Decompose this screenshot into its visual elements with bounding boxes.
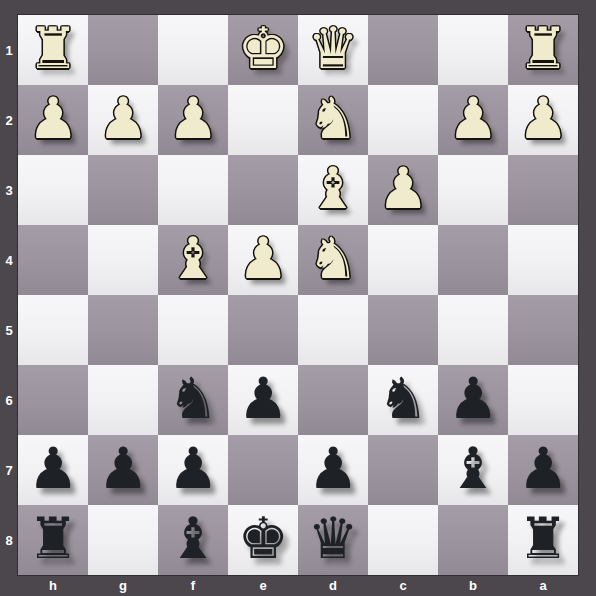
square-a7[interactable]: ♟ <box>508 435 578 505</box>
square-a8[interactable]: ♜ <box>508 505 578 575</box>
square-a6[interactable] <box>508 365 578 435</box>
square-g8[interactable] <box>88 505 158 575</box>
square-d2[interactable]: ♞ <box>298 85 368 155</box>
square-h3[interactable] <box>18 155 88 225</box>
square-f8[interactable]: ♝ <box>158 505 228 575</box>
square-c8[interactable] <box>368 505 438 575</box>
square-d5[interactable] <box>298 295 368 365</box>
square-e6[interactable]: ♟ <box>228 365 298 435</box>
square-c5[interactable] <box>368 295 438 365</box>
file-label-h: h <box>18 575 88 596</box>
square-e7[interactable] <box>228 435 298 505</box>
black-knight-icon[interactable]: ♞ <box>167 363 218 433</box>
square-d6[interactable] <box>298 365 368 435</box>
square-f5[interactable] <box>158 295 228 365</box>
square-a3[interactable] <box>508 155 578 225</box>
square-e3[interactable] <box>228 155 298 225</box>
black-pawn-icon[interactable]: ♟ <box>97 433 148 503</box>
rank-label-6: 6 <box>0 365 18 435</box>
white-king-icon[interactable]: ♚ <box>237 13 288 83</box>
square-h4[interactable] <box>18 225 88 295</box>
square-h1[interactable]: ♜ <box>18 15 88 85</box>
black-pawn-icon[interactable]: ♟ <box>167 433 218 503</box>
square-a5[interactable] <box>508 295 578 365</box>
rank-label-1: 1 <box>0 15 18 85</box>
square-a4[interactable] <box>508 225 578 295</box>
square-c2[interactable] <box>368 85 438 155</box>
white-pawn-icon[interactable]: ♟ <box>447 83 498 153</box>
rank-label-4: 4 <box>0 225 18 295</box>
square-g3[interactable] <box>88 155 158 225</box>
white-knight-icon[interactable]: ♞ <box>307 223 358 293</box>
white-pawn-icon[interactable]: ♟ <box>97 83 148 153</box>
square-e4[interactable]: ♟ <box>228 225 298 295</box>
square-h5[interactable] <box>18 295 88 365</box>
black-queen-icon[interactable]: ♛ <box>307 503 358 573</box>
square-f6[interactable]: ♞ <box>158 365 228 435</box>
white-rook-icon[interactable]: ♜ <box>517 13 568 83</box>
square-g4[interactable] <box>88 225 158 295</box>
square-g1[interactable] <box>88 15 158 85</box>
file-label-c: c <box>368 575 438 596</box>
black-pawn-icon[interactable]: ♟ <box>307 433 358 503</box>
rank-label-7: 7 <box>0 435 18 505</box>
rank-label-5: 5 <box>0 295 18 365</box>
file-label-b: b <box>438 575 508 596</box>
black-pawn-icon[interactable]: ♟ <box>517 433 568 503</box>
square-g2[interactable]: ♟ <box>88 85 158 155</box>
rank-labels: 12345678 <box>0 15 18 575</box>
square-b1[interactable] <box>438 15 508 85</box>
square-h2[interactable]: ♟ <box>18 85 88 155</box>
square-c1[interactable] <box>368 15 438 85</box>
black-rook-icon[interactable]: ♜ <box>27 503 78 573</box>
square-d3[interactable]: ♝ <box>298 155 368 225</box>
chess-board: ♜♚♛♜♟♟♟♞♟♟♝♟♝♟♞♞♟♞♟♟♟♟♟♝♟♜♝♚♛♜ <box>18 15 578 575</box>
square-d4[interactable]: ♞ <box>298 225 368 295</box>
square-b3[interactable] <box>438 155 508 225</box>
square-d7[interactable]: ♟ <box>298 435 368 505</box>
rank-label-3: 3 <box>0 155 18 225</box>
square-a2[interactable]: ♟ <box>508 85 578 155</box>
white-knight-icon[interactable]: ♞ <box>307 83 358 153</box>
rank-label-8: 8 <box>0 505 18 575</box>
black-pawn-icon[interactable]: ♟ <box>447 363 498 433</box>
square-h6[interactable] <box>18 365 88 435</box>
square-c4[interactable] <box>368 225 438 295</box>
white-pawn-icon[interactable]: ♟ <box>517 83 568 153</box>
square-b8[interactable] <box>438 505 508 575</box>
square-f4[interactable]: ♝ <box>158 225 228 295</box>
file-label-g: g <box>88 575 158 596</box>
square-f3[interactable] <box>158 155 228 225</box>
square-b4[interactable] <box>438 225 508 295</box>
square-c6[interactable]: ♞ <box>368 365 438 435</box>
square-h8[interactable]: ♜ <box>18 505 88 575</box>
square-f7[interactable]: ♟ <box>158 435 228 505</box>
file-label-f: f <box>158 575 228 596</box>
square-e1[interactable]: ♚ <box>228 15 298 85</box>
square-e2[interactable] <box>228 85 298 155</box>
white-pawn-icon[interactable]: ♟ <box>167 83 218 153</box>
black-pawn-icon[interactable]: ♟ <box>237 363 288 433</box>
file-label-a: a <box>508 575 578 596</box>
file-label-e: e <box>228 575 298 596</box>
square-c7[interactable] <box>368 435 438 505</box>
black-bishop-icon[interactable]: ♝ <box>167 503 218 573</box>
white-pawn-icon[interactable]: ♟ <box>237 223 288 293</box>
square-b7[interactable]: ♝ <box>438 435 508 505</box>
white-pawn-icon[interactable]: ♟ <box>377 153 428 223</box>
square-e8[interactable]: ♚ <box>228 505 298 575</box>
white-rook-icon[interactable]: ♜ <box>27 13 78 83</box>
square-b6[interactable]: ♟ <box>438 365 508 435</box>
square-d1[interactable]: ♛ <box>298 15 368 85</box>
square-e5[interactable] <box>228 295 298 365</box>
square-d8[interactable]: ♛ <box>298 505 368 575</box>
square-a1[interactable]: ♜ <box>508 15 578 85</box>
black-knight-icon[interactable]: ♞ <box>377 363 428 433</box>
black-bishop-icon[interactable]: ♝ <box>447 433 498 503</box>
white-bishop-icon[interactable]: ♝ <box>167 223 218 293</box>
square-g7[interactable]: ♟ <box>88 435 158 505</box>
black-rook-icon[interactable]: ♜ <box>517 503 568 573</box>
square-b2[interactable]: ♟ <box>438 85 508 155</box>
white-pawn-icon[interactable]: ♟ <box>27 83 78 153</box>
square-f2[interactable]: ♟ <box>158 85 228 155</box>
square-g6[interactable] <box>88 365 158 435</box>
file-label-d: d <box>298 575 368 596</box>
file-labels: hgfedcba <box>18 575 578 596</box>
square-g5[interactable] <box>88 295 158 365</box>
white-bishop-icon[interactable]: ♝ <box>307 153 358 223</box>
square-h7[interactable]: ♟ <box>18 435 88 505</box>
square-c3[interactable]: ♟ <box>368 155 438 225</box>
square-f1[interactable] <box>158 15 228 85</box>
white-queen-icon[interactable]: ♛ <box>307 13 358 83</box>
square-b5[interactable] <box>438 295 508 365</box>
black-king-icon[interactable]: ♚ <box>237 503 288 573</box>
rank-label-2: 2 <box>0 85 18 155</box>
black-pawn-icon[interactable]: ♟ <box>27 433 78 503</box>
chess-board-frame: 12345678 ♜♚♛♜♟♟♟♞♟♟♝♟♝♟♞♞♟♞♟♟♟♟♟♝♟♜♝♚♛♜ … <box>0 0 596 596</box>
